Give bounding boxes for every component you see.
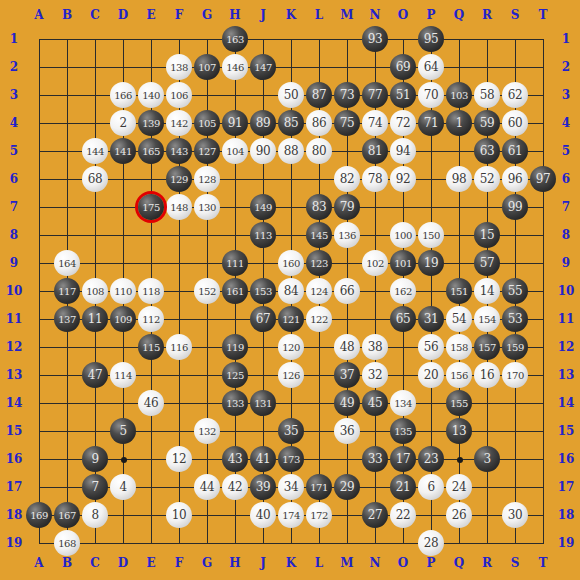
white-stone-172: 172	[306, 502, 332, 528]
white-stone-112: 112	[138, 306, 164, 332]
white-stone-48: 48	[334, 334, 360, 360]
white-stone-154: 154	[474, 306, 500, 332]
row-label-left: 7	[5, 200, 23, 214]
white-stone-20: 20	[418, 362, 444, 388]
black-stone-125: 125	[222, 362, 248, 388]
black-stone-79: 79	[334, 194, 360, 220]
white-stone-56: 56	[418, 334, 444, 360]
black-stone-101: 101	[390, 250, 416, 276]
black-stone-35: 35	[278, 418, 304, 444]
row-label-right: 9	[557, 256, 575, 270]
col-label-bottom: K	[282, 556, 300, 570]
white-stone-86: 86	[306, 110, 332, 136]
black-stone-55: 55	[502, 278, 528, 304]
white-stone-140: 140	[138, 82, 164, 108]
black-stone-115: 115	[138, 334, 164, 360]
black-stone-67: 67	[250, 306, 276, 332]
col-label-bottom: E	[142, 556, 160, 570]
row-label-left: 18	[5, 508, 23, 522]
black-stone-141: 141	[110, 138, 136, 164]
white-stone-94: 94	[390, 138, 416, 164]
black-stone-81: 81	[362, 138, 388, 164]
black-stone-43: 43	[222, 446, 248, 472]
white-stone-80: 80	[306, 138, 332, 164]
black-stone-91: 91	[222, 110, 248, 136]
row-label-right: 16	[557, 452, 575, 466]
white-stone-158: 158	[446, 334, 472, 360]
black-stone-77: 77	[362, 82, 388, 108]
black-stone-117: 117	[54, 278, 80, 304]
white-stone-164: 164	[54, 250, 80, 276]
col-label-bottom: Q	[450, 556, 468, 570]
black-stone-97: 97	[530, 166, 556, 192]
row-label-right: 13	[557, 368, 575, 382]
black-stone-63: 63	[474, 138, 500, 164]
white-stone-108: 108	[82, 278, 108, 304]
white-stone-74: 74	[362, 110, 388, 136]
black-stone-169: 169	[26, 502, 52, 528]
white-stone-148: 148	[166, 194, 192, 220]
white-stone-106: 106	[166, 82, 192, 108]
white-stone-22: 22	[390, 502, 416, 528]
black-stone-133: 133	[222, 390, 248, 416]
white-stone-32: 32	[362, 362, 388, 388]
white-stone-8: 8	[82, 502, 108, 528]
row-label-left: 3	[5, 88, 23, 102]
black-stone-11: 11	[82, 306, 108, 332]
white-stone-82: 82	[334, 166, 360, 192]
white-stone-114: 114	[110, 362, 136, 388]
col-label-top: J	[254, 8, 272, 22]
white-stone-36: 36	[334, 418, 360, 444]
col-label-top: S	[506, 8, 524, 22]
black-stone-175-last-move: 175	[138, 194, 164, 220]
go-board[interactable]: AABBCCDDEEFFGGHHJJKKLLMMNNOOPPQQRRSSTT11…	[0, 0, 580, 580]
col-label-top: K	[282, 8, 300, 22]
col-label-top: C	[86, 8, 104, 22]
col-label-bottom: H	[226, 556, 244, 570]
row-label-right: 11	[557, 312, 575, 326]
row-label-right: 6	[557, 172, 575, 186]
col-label-top: E	[142, 8, 160, 22]
col-label-top: D	[114, 8, 132, 22]
black-stone-37: 37	[334, 362, 360, 388]
black-stone-83: 83	[306, 194, 332, 220]
black-stone-123: 123	[306, 250, 332, 276]
black-stone-73: 73	[334, 82, 360, 108]
white-stone-98: 98	[446, 166, 472, 192]
black-stone-17: 17	[390, 446, 416, 472]
row-label-left: 6	[5, 172, 23, 186]
col-label-top: G	[198, 8, 216, 22]
row-label-left: 9	[5, 256, 23, 270]
col-label-bottom: S	[506, 556, 524, 570]
row-label-right: 18	[557, 508, 575, 522]
black-stone-29: 29	[334, 474, 360, 500]
white-stone-144: 144	[82, 138, 108, 164]
col-label-bottom: A	[30, 556, 48, 570]
white-stone-50: 50	[278, 82, 304, 108]
white-stone-64: 64	[418, 54, 444, 80]
col-label-top: T	[534, 8, 552, 22]
black-stone-5: 5	[110, 418, 136, 444]
white-stone-84: 84	[278, 278, 304, 304]
row-label-right: 7	[557, 200, 575, 214]
white-stone-58: 58	[474, 82, 500, 108]
black-stone-147: 147	[250, 54, 276, 80]
black-stone-137: 137	[54, 306, 80, 332]
black-stone-107: 107	[194, 54, 220, 80]
black-stone-163: 163	[222, 26, 248, 52]
white-stone-166: 166	[110, 82, 136, 108]
row-label-left: 5	[5, 144, 23, 158]
row-label-right: 3	[557, 88, 575, 102]
row-label-right: 14	[557, 396, 575, 410]
black-stone-93: 93	[362, 26, 388, 52]
col-label-bottom: N	[366, 556, 384, 570]
col-label-bottom: T	[534, 556, 552, 570]
black-stone-135: 135	[390, 418, 416, 444]
row-label-left: 10	[5, 284, 23, 298]
row-label-right: 12	[557, 340, 575, 354]
col-label-bottom: O	[394, 556, 412, 570]
black-stone-95: 95	[418, 26, 444, 52]
white-stone-126: 126	[278, 362, 304, 388]
black-stone-27: 27	[362, 502, 388, 528]
black-stone-9: 9	[82, 446, 108, 472]
white-stone-174: 174	[278, 502, 304, 528]
black-stone-129: 129	[166, 166, 192, 192]
black-stone-75: 75	[334, 110, 360, 136]
white-stone-62: 62	[502, 82, 528, 108]
black-stone-53: 53	[502, 306, 528, 332]
white-stone-146: 146	[222, 54, 248, 80]
white-stone-160: 160	[278, 250, 304, 276]
black-stone-39: 39	[250, 474, 276, 500]
black-stone-41: 41	[250, 446, 276, 472]
black-stone-143: 143	[166, 138, 192, 164]
col-label-bottom: G	[198, 556, 216, 570]
black-stone-13: 13	[446, 418, 472, 444]
white-stone-70: 70	[418, 82, 444, 108]
black-stone-45: 45	[362, 390, 388, 416]
black-stone-1: 1	[446, 110, 472, 136]
col-label-top: R	[478, 8, 496, 22]
black-stone-87: 87	[306, 82, 332, 108]
black-stone-119: 119	[222, 334, 248, 360]
white-stone-142: 142	[166, 110, 192, 136]
black-stone-151: 151	[446, 278, 472, 304]
row-label-right: 10	[557, 284, 575, 298]
black-stone-173: 173	[278, 446, 304, 472]
black-stone-3: 3	[474, 446, 500, 472]
black-stone-109: 109	[110, 306, 136, 332]
white-stone-28: 28	[418, 530, 444, 556]
black-stone-71: 71	[418, 110, 444, 136]
black-stone-61: 61	[502, 138, 528, 164]
col-label-bottom: P	[422, 556, 440, 570]
white-stone-78: 78	[362, 166, 388, 192]
white-stone-26: 26	[446, 502, 472, 528]
white-stone-102: 102	[362, 250, 388, 276]
col-label-bottom: R	[478, 556, 496, 570]
black-stone-155: 155	[446, 390, 472, 416]
black-stone-49: 49	[334, 390, 360, 416]
white-stone-66: 66	[334, 278, 360, 304]
row-label-right: 17	[557, 480, 575, 494]
row-label-left: 8	[5, 228, 23, 242]
col-label-top: N	[366, 8, 384, 22]
white-stone-136: 136	[334, 222, 360, 248]
col-label-top: M	[338, 8, 356, 22]
row-label-right: 5	[557, 144, 575, 158]
black-stone-153: 153	[250, 278, 276, 304]
white-stone-170: 170	[502, 362, 528, 388]
black-stone-21: 21	[390, 474, 416, 500]
black-stone-99: 99	[502, 194, 528, 220]
white-stone-130: 130	[194, 194, 220, 220]
white-stone-30: 30	[502, 502, 528, 528]
black-stone-33: 33	[362, 446, 388, 472]
black-stone-145: 145	[306, 222, 332, 248]
white-stone-4: 4	[110, 474, 136, 500]
white-stone-134: 134	[390, 390, 416, 416]
row-label-right: 1	[557, 32, 575, 46]
white-stone-24: 24	[446, 474, 472, 500]
black-stone-47: 47	[82, 362, 108, 388]
col-label-top: L	[310, 8, 328, 22]
black-stone-127: 127	[194, 138, 220, 164]
white-stone-44: 44	[194, 474, 220, 500]
row-label-left: 11	[5, 312, 23, 326]
black-stone-105: 105	[194, 110, 220, 136]
black-stone-165: 165	[138, 138, 164, 164]
black-stone-23: 23	[418, 446, 444, 472]
white-stone-14: 14	[474, 278, 500, 304]
white-stone-38: 38	[362, 334, 388, 360]
black-stone-159: 159	[502, 334, 528, 360]
row-label-right: 19	[557, 536, 575, 550]
black-stone-89: 89	[250, 110, 276, 136]
white-stone-6: 6	[418, 474, 444, 500]
black-stone-149: 149	[250, 194, 276, 220]
white-stone-138: 138	[166, 54, 192, 80]
black-stone-69: 69	[390, 54, 416, 80]
row-label-left: 16	[5, 452, 23, 466]
white-stone-68: 68	[82, 166, 108, 192]
white-stone-42: 42	[222, 474, 248, 500]
black-stone-57: 57	[474, 250, 500, 276]
col-label-top: B	[58, 8, 76, 22]
white-stone-100: 100	[390, 222, 416, 248]
col-label-top: O	[394, 8, 412, 22]
white-stone-16: 16	[474, 362, 500, 388]
black-stone-7: 7	[82, 474, 108, 500]
col-label-bottom: M	[338, 556, 356, 570]
white-stone-54: 54	[446, 306, 472, 332]
white-stone-92: 92	[390, 166, 416, 192]
white-stone-110: 110	[110, 278, 136, 304]
row-label-left: 13	[5, 368, 23, 382]
row-label-left: 15	[5, 424, 23, 438]
white-stone-168: 168	[54, 530, 80, 556]
white-stone-118: 118	[138, 278, 164, 304]
black-stone-31: 31	[418, 306, 444, 332]
white-stone-128: 128	[194, 166, 220, 192]
black-stone-167: 167	[54, 502, 80, 528]
row-label-left: 2	[5, 60, 23, 74]
row-label-right: 4	[557, 116, 575, 130]
black-stone-103: 103	[446, 82, 472, 108]
white-stone-34: 34	[278, 474, 304, 500]
row-label-left: 17	[5, 480, 23, 494]
black-stone-161: 161	[222, 278, 248, 304]
row-label-left: 14	[5, 396, 23, 410]
row-label-left: 4	[5, 116, 23, 130]
row-label-right: 2	[557, 60, 575, 74]
white-stone-72: 72	[390, 110, 416, 136]
white-stone-104: 104	[222, 138, 248, 164]
black-stone-111: 111	[222, 250, 248, 276]
black-stone-65: 65	[390, 306, 416, 332]
white-stone-2: 2	[110, 110, 136, 136]
white-stone-162: 162	[390, 278, 416, 304]
white-stone-90: 90	[250, 138, 276, 164]
row-label-right: 8	[557, 228, 575, 242]
black-stone-171: 171	[306, 474, 332, 500]
col-label-bottom: B	[58, 556, 76, 570]
black-stone-121: 121	[278, 306, 304, 332]
col-label-bottom: L	[310, 556, 328, 570]
white-stone-60: 60	[502, 110, 528, 136]
col-label-top: F	[170, 8, 188, 22]
black-stone-59: 59	[474, 110, 500, 136]
row-label-left: 19	[5, 536, 23, 550]
white-stone-96: 96	[502, 166, 528, 192]
col-label-top: P	[422, 8, 440, 22]
white-stone-40: 40	[250, 502, 276, 528]
col-label-top: Q	[450, 8, 468, 22]
black-stone-51: 51	[390, 82, 416, 108]
white-stone-156: 156	[446, 362, 472, 388]
black-stone-113: 113	[250, 222, 276, 248]
white-stone-12: 12	[166, 446, 192, 472]
white-stone-150: 150	[418, 222, 444, 248]
row-label-left: 12	[5, 340, 23, 354]
black-stone-157: 157	[474, 334, 500, 360]
col-label-bottom: D	[114, 556, 132, 570]
col-label-top: A	[30, 8, 48, 22]
col-label-bottom: J	[254, 556, 272, 570]
white-stone-124: 124	[306, 278, 332, 304]
row-label-left: 1	[5, 32, 23, 46]
white-stone-52: 52	[474, 166, 500, 192]
star-point	[121, 457, 127, 463]
white-stone-152: 152	[194, 278, 220, 304]
white-stone-116: 116	[166, 334, 192, 360]
white-stone-122: 122	[306, 306, 332, 332]
black-stone-131: 131	[250, 390, 276, 416]
white-stone-10: 10	[166, 502, 192, 528]
black-stone-19: 19	[418, 250, 444, 276]
white-stone-120: 120	[278, 334, 304, 360]
white-stone-46: 46	[138, 390, 164, 416]
row-label-right: 15	[557, 424, 575, 438]
white-stone-132: 132	[194, 418, 220, 444]
black-stone-15: 15	[474, 222, 500, 248]
col-label-top: H	[226, 8, 244, 22]
col-label-bottom: C	[86, 556, 104, 570]
black-stone-85: 85	[278, 110, 304, 136]
star-point	[457, 457, 463, 463]
col-label-bottom: F	[170, 556, 188, 570]
white-stone-88: 88	[278, 138, 304, 164]
black-stone-139: 139	[138, 110, 164, 136]
